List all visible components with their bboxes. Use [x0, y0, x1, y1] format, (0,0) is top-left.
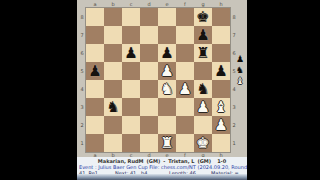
square-c1	[122, 134, 140, 152]
coord-label: 4	[79, 80, 85, 98]
coord-label: a	[86, 1, 104, 7]
coord-label: 2	[79, 116, 85, 134]
coord-label: 3	[79, 98, 85, 116]
coord-label: 5	[79, 62, 85, 80]
square-e2	[158, 116, 176, 134]
black-knight: ♞	[104, 98, 122, 116]
black-pawn-tray-icon: ♟	[236, 54, 244, 65]
black-pawn: ♟	[212, 62, 230, 80]
coord-label: e	[158, 1, 176, 7]
square-b6	[104, 44, 122, 62]
square-e5: ♟	[158, 62, 176, 80]
square-b1	[104, 134, 122, 152]
coord-label: f	[176, 1, 194, 7]
square-h8	[212, 8, 230, 26]
letterbox-left	[0, 0, 77, 180]
square-f4: ♟	[176, 80, 194, 98]
coord-label: 7	[79, 26, 85, 44]
square-a6	[86, 44, 104, 62]
square-b2	[104, 116, 122, 134]
players-line: Makarian, RudM (GM) - Tristan, L (GM) 1-…	[77, 157, 247, 164]
square-f6	[176, 44, 194, 62]
square-d2	[140, 116, 158, 134]
square-d8	[140, 8, 158, 26]
square-d5	[140, 62, 158, 80]
square-g2	[194, 116, 212, 134]
square-h2: ♟	[212, 116, 230, 134]
square-g1: ♚	[194, 134, 212, 152]
chess-board: ♚♟♟♟♜♟♟♟♞♟♞♞♟♝♟♜♚	[86, 8, 230, 152]
white-pawn: ♟	[158, 62, 176, 80]
square-c5	[122, 62, 140, 80]
square-d7	[140, 26, 158, 44]
square-a5: ♟	[86, 62, 104, 80]
white-knight: ♞	[158, 80, 176, 98]
white-pawn: ♟	[176, 80, 194, 98]
square-e7	[158, 26, 176, 44]
square-g7: ♟	[194, 26, 212, 44]
square-d1	[140, 134, 158, 152]
square-h1	[212, 134, 230, 152]
square-b4	[104, 80, 122, 98]
black-knight: ♞	[194, 80, 212, 98]
black-knight-tray-icon: ♞	[236, 65, 244, 76]
square-g4: ♞	[194, 80, 212, 98]
square-h6	[212, 44, 230, 62]
black-pawn: ♟	[122, 44, 140, 62]
square-e6: ♟	[158, 44, 176, 62]
square-c2	[122, 116, 140, 134]
square-f2	[176, 116, 194, 134]
square-h3: ♝	[212, 98, 230, 116]
square-g3: ♟	[194, 98, 212, 116]
chess-viewer: abcdefgh 87654321 ♚♟♟♟♜♟♟♟♞♟♞♞♟♝♟♜♚ 8765…	[77, 0, 247, 180]
square-h4	[212, 80, 230, 98]
square-b5	[104, 62, 122, 80]
coord-label: 8	[231, 8, 237, 26]
black-pawn: ♟	[194, 26, 212, 44]
white-rook: ♜	[158, 134, 176, 152]
square-e3	[158, 98, 176, 116]
black-pawn: ♟	[158, 44, 176, 62]
coord-label: 2	[231, 116, 237, 134]
coord-label: g	[194, 1, 212, 7]
square-c8	[122, 8, 140, 26]
square-b3: ♞	[104, 98, 122, 116]
coord-label: h	[212, 1, 230, 7]
square-d4	[140, 80, 158, 98]
files-top: abcdefgh	[86, 1, 230, 7]
coord-label: d	[140, 1, 158, 7]
coord-label: c	[122, 1, 140, 7]
square-c4	[122, 80, 140, 98]
coord-label: b	[104, 1, 122, 7]
square-h5: ♟	[212, 62, 230, 80]
square-c3	[122, 98, 140, 116]
square-c6: ♟	[122, 44, 140, 62]
square-f3	[176, 98, 194, 116]
black-pawn: ♟	[86, 62, 104, 80]
square-e8	[158, 8, 176, 26]
square-h7	[212, 26, 230, 44]
square-a3	[86, 98, 104, 116]
square-f7	[176, 26, 194, 44]
square-g6: ♜	[194, 44, 212, 62]
square-b7	[104, 26, 122, 44]
black-king: ♚	[194, 8, 212, 26]
square-a4	[86, 80, 104, 98]
video-frame: abcdefgh 87654321 ♚♟♟♟♜♟♟♟♞♟♞♞♟♝♟♜♚ 8765…	[0, 0, 320, 180]
square-a2	[86, 116, 104, 134]
square-e1: ♜	[158, 134, 176, 152]
black-rook: ♜	[194, 44, 212, 62]
square-c7	[122, 26, 140, 44]
square-g8: ♚	[194, 8, 212, 26]
square-a1	[86, 134, 104, 152]
square-f5	[176, 62, 194, 80]
coord-label: 3	[231, 98, 237, 116]
square-f1	[176, 134, 194, 152]
coord-label: 1	[231, 134, 237, 152]
coord-label: 7	[231, 26, 237, 44]
ranks-left: 87654321	[79, 8, 85, 152]
square-d3	[140, 98, 158, 116]
white-pawn: ♟	[194, 98, 212, 116]
square-e4: ♞	[158, 80, 176, 98]
square-a8	[86, 8, 104, 26]
coord-label: 1	[79, 134, 85, 152]
square-a7	[86, 26, 104, 44]
material-tray: ♟♞♝	[234, 54, 246, 87]
letterbox-right	[247, 0, 320, 180]
coord-label: 6	[79, 44, 85, 62]
white-bishop-tray-icon: ♝	[236, 76, 244, 87]
info-panel: Makarian, RudM (GM) - Tristan, L (GM) 1-…	[77, 157, 247, 180]
white-king: ♚	[194, 134, 212, 152]
panel-fade	[77, 174, 247, 180]
square-g5	[194, 62, 212, 80]
square-b8	[104, 8, 122, 26]
square-f8	[176, 8, 194, 26]
coord-label: 8	[79, 8, 85, 26]
white-pawn: ♟	[212, 116, 230, 134]
white-bishop: ♝	[212, 98, 230, 116]
square-d6	[140, 44, 158, 62]
